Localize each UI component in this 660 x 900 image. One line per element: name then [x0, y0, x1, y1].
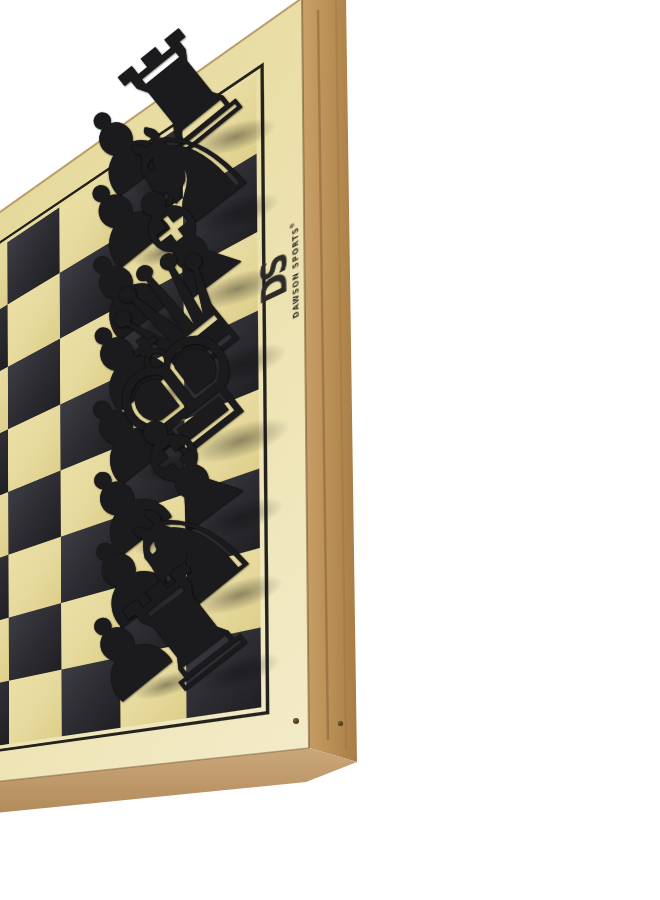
- pieces-layer: ♜♞♝♛♚♝♞♜♟♟♟♟♟♟♟♟: [0, 0, 660, 900]
- product-photo: DS DAWSON SPORTS® ♜: [0, 0, 660, 900]
